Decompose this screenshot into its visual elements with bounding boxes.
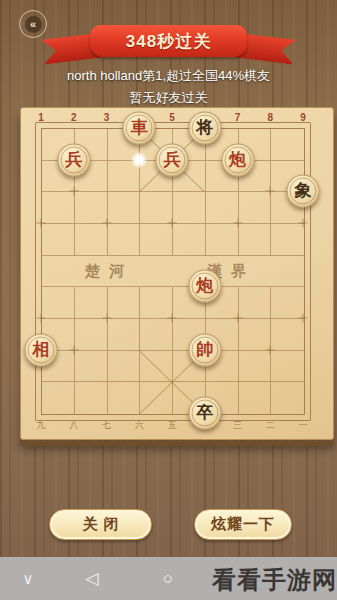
grid-cell	[42, 192, 75, 224]
piece-glyph: 兵	[65, 150, 82, 167]
grid-cell	[271, 129, 304, 161]
grid-cell	[75, 382, 108, 414]
file-label-top: 7	[235, 112, 241, 123]
file-label-bottom: 七	[102, 419, 111, 432]
piece-glyph: 将	[196, 119, 213, 136]
grid-cell	[108, 319, 141, 351]
watermark-text: 看看手游网	[200, 564, 337, 596]
move-highlight	[131, 152, 147, 168]
grid-cell	[239, 351, 272, 383]
grid-cell	[42, 287, 75, 319]
piece-兵-red[interactable]: 兵	[57, 143, 90, 176]
grid-cell	[239, 287, 272, 319]
piece-glyph: 炮	[229, 150, 246, 167]
position-marker	[266, 187, 275, 196]
grid-cell	[239, 192, 272, 224]
file-label-bottom: 九	[37, 419, 46, 432]
android-home-icon[interactable]: ○	[154, 557, 182, 600]
piece-象-black[interactable]: 象	[287, 175, 320, 208]
grid-cell	[140, 256, 173, 288]
grid-cell	[75, 319, 108, 351]
grid-cell	[206, 224, 239, 256]
position-marker	[233, 314, 242, 323]
piece-glyph: 兵	[164, 150, 181, 167]
position-marker	[168, 219, 177, 228]
file-label-top: 2	[71, 112, 77, 123]
grid-cell	[42, 382, 75, 414]
piece-glyph: 相	[33, 340, 50, 357]
file-label-top: 9	[300, 112, 306, 123]
piece-兵-red[interactable]: 兵	[156, 143, 189, 176]
piece-相-red[interactable]: 相	[25, 333, 58, 366]
grid-cell	[239, 382, 272, 414]
grid-cell	[108, 192, 141, 224]
friends-text: 暂无好友过关	[0, 89, 337, 107]
position-marker	[168, 314, 177, 323]
piece-glyph: 炮	[196, 277, 213, 294]
brag-button[interactable]: 炫耀一下	[194, 509, 292, 540]
grid-cell	[271, 224, 304, 256]
file-label-top: 3	[104, 112, 110, 123]
grid-cell	[108, 351, 141, 383]
grid-cell	[271, 256, 304, 288]
position-marker	[299, 314, 308, 323]
file-label-bottom: 六	[135, 419, 144, 432]
ribbon-band: 348秒过关	[90, 25, 247, 57]
position-marker	[102, 314, 111, 323]
file-label-bottom: 三	[233, 419, 242, 432]
xiangqi-board[interactable]: 123456789九八七六五四三二一楚河漢界 車将兵兵炮象炮相帥卒	[20, 107, 334, 440]
position-marker	[299, 219, 308, 228]
file-label-bottom: 五	[168, 419, 177, 432]
grid-cell	[173, 192, 206, 224]
grid-cell	[140, 224, 173, 256]
file-label-top: 1	[38, 112, 44, 123]
close-button[interactable]: 关闭	[49, 509, 152, 540]
rank-text: north holland第1,超过全国44%棋友	[0, 67, 337, 85]
piece-炮-red[interactable]: 炮	[188, 270, 221, 303]
result-ribbon: 348秒过关	[0, 0, 337, 70]
grid-cell	[140, 319, 173, 351]
piece-炮-red[interactable]: 炮	[221, 143, 254, 176]
position-marker	[266, 345, 275, 354]
file-label-bottom: 一	[299, 419, 308, 432]
position-marker	[69, 345, 78, 354]
grid-cell	[42, 256, 75, 288]
piece-glyph: 象	[295, 182, 312, 199]
grid-cell	[173, 224, 206, 256]
position-marker	[37, 219, 46, 228]
piece-将-black[interactable]: 将	[188, 112, 221, 145]
piece-帥-red[interactable]: 帥	[188, 333, 221, 366]
file-label-bottom: 八	[69, 419, 78, 432]
grid-cell	[239, 224, 272, 256]
grid-cell	[140, 382, 173, 414]
file-label-bottom: 二	[266, 419, 275, 432]
android-back-icon[interactable]: ◁	[78, 557, 106, 600]
position-marker	[37, 314, 46, 323]
file-label-top: 8	[267, 112, 273, 123]
grid-cell	[271, 382, 304, 414]
android-nav-bar: ∨ ◁ ○ 看看手游网	[0, 557, 337, 600]
grid-cell	[75, 351, 108, 383]
ribbon-text: 348秒过关	[126, 30, 211, 53]
grid-cell	[108, 224, 141, 256]
piece-卒-black[interactable]: 卒	[188, 397, 221, 430]
piece-glyph: 車	[131, 119, 148, 136]
grid-cell	[271, 319, 304, 351]
piece-glyph: 卒	[196, 404, 213, 421]
grid-cell	[42, 224, 75, 256]
grid-cell	[271, 351, 304, 383]
grid-cell	[108, 287, 141, 319]
grid-cell	[108, 382, 141, 414]
position-marker	[69, 187, 78, 196]
file-label-top: 5	[169, 112, 175, 123]
piece-glyph: 帥	[196, 340, 213, 357]
piece-車-red[interactable]: 車	[123, 112, 156, 145]
position-marker	[233, 219, 242, 228]
river-label-left: 楚河	[85, 261, 133, 280]
position-marker	[102, 219, 111, 228]
grid-cell	[75, 224, 108, 256]
hide-navbar-icon[interactable]: ∨	[14, 557, 42, 600]
